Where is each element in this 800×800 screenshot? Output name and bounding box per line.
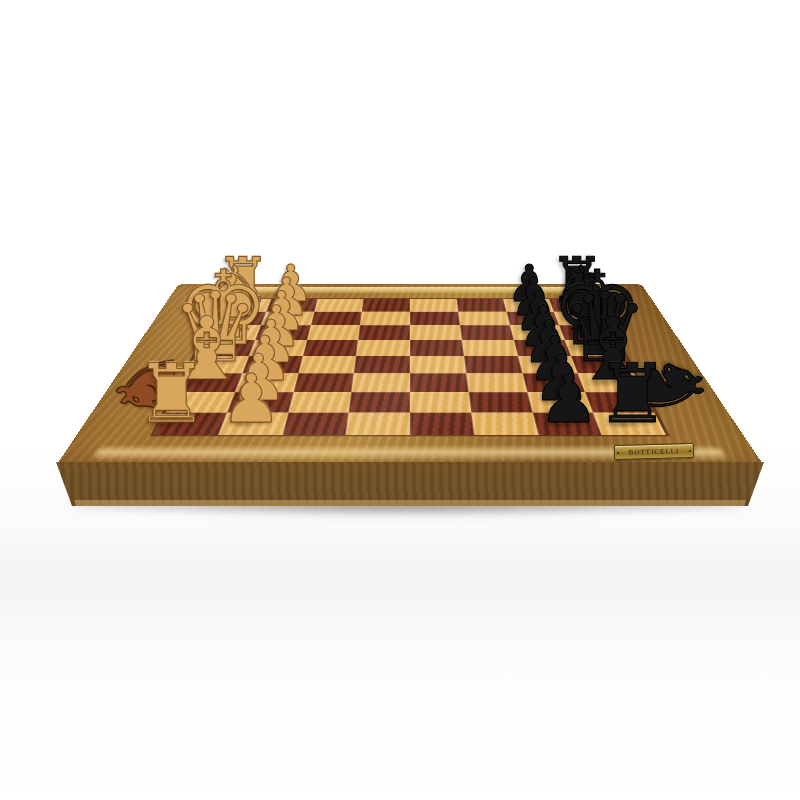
square-f8	[559, 325, 616, 340]
square-c6	[466, 373, 527, 392]
square-b1	[166, 392, 235, 413]
square-d3	[298, 356, 356, 373]
square-a5	[410, 413, 474, 435]
square-b7	[527, 392, 593, 413]
product-photo-scene: BOTTICELLI ♜♟♟♜♞♟♟♞♝♟♟♝♚♟♟♚♛♟♟♛♝♟♟♝♞♟♟♞♜…	[0, 0, 800, 800]
square-c1	[176, 373, 242, 392]
square-a3	[282, 413, 349, 435]
square-d7	[518, 356, 578, 373]
square-e7	[513, 340, 571, 356]
square-b6	[468, 392, 532, 413]
square-a8	[593, 413, 666, 435]
square-e5	[410, 340, 464, 356]
square-d6	[464, 356, 522, 373]
square-e2	[249, 340, 307, 356]
square-c8	[578, 373, 644, 392]
square-a6	[471, 413, 538, 435]
square-b2	[227, 392, 293, 413]
brand-plaque-label: BOTTICELLI	[629, 447, 680, 456]
square-g7	[506, 312, 559, 326]
square-d5	[410, 356, 466, 373]
square-h1	[218, 299, 271, 312]
square-b3	[288, 392, 352, 413]
square-e8	[565, 340, 625, 356]
square-a1	[154, 413, 227, 435]
frame-far-rail-glare	[211, 287, 609, 294]
square-h4	[362, 299, 410, 312]
square-b4	[349, 392, 410, 413]
square-f6	[460, 325, 514, 340]
square-h8	[549, 299, 602, 312]
square-f2	[255, 325, 311, 340]
square-c3	[293, 373, 354, 392]
square-e1	[195, 340, 255, 356]
square-a2	[218, 413, 288, 435]
square-f3	[307, 325, 361, 340]
square-d8	[571, 356, 634, 373]
plaque-screw-left-icon	[617, 452, 619, 454]
square-h6	[456, 299, 506, 312]
square-g6	[458, 312, 510, 326]
plaque-screw-right-icon	[689, 450, 691, 452]
floor-shadow-inner	[70, 500, 746, 510]
square-f5	[410, 325, 462, 340]
square-c5	[410, 373, 468, 392]
square-d1	[186, 356, 249, 373]
square-f4	[358, 325, 410, 340]
square-a7	[532, 413, 602, 435]
chess-board	[56, 284, 764, 465]
square-e6	[462, 340, 518, 356]
square-f7	[510, 325, 566, 340]
square-d2	[242, 356, 302, 373]
square-c4	[352, 373, 410, 392]
brand-plaque: BOTTICELLI	[614, 443, 694, 460]
square-h3	[314, 299, 364, 312]
square-b8	[585, 392, 654, 413]
board-playfield	[150, 298, 671, 436]
square-b5	[410, 392, 471, 413]
square-g2	[261, 312, 314, 326]
square-f1	[203, 325, 260, 340]
square-d4	[354, 356, 410, 373]
square-e4	[356, 340, 410, 356]
square-g5	[410, 312, 460, 326]
square-g8	[554, 312, 609, 326]
square-c7	[522, 373, 585, 392]
square-h7	[503, 299, 554, 312]
square-h5	[410, 299, 458, 312]
square-g4	[360, 312, 410, 326]
square-h2	[266, 299, 317, 312]
square-g1	[211, 312, 266, 326]
square-e3	[303, 340, 359, 356]
square-a4	[346, 413, 410, 435]
square-c2	[235, 373, 298, 392]
square-g3	[310, 312, 362, 326]
